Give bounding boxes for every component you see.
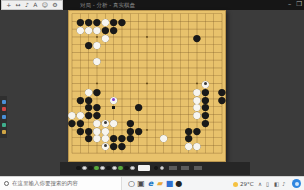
toolbar-icon-3[interactable]: A	[33, 2, 37, 8]
edge-icon[interactable]: e	[146, 179, 155, 188]
weather-widget[interactable]: 29°C	[233, 181, 254, 187]
app-blue-icon[interactable]: ■	[165, 179, 174, 188]
tray-icon-0[interactable]: ∧	[258, 181, 262, 188]
mini-stone-w[interactable]	[100, 166, 105, 171]
rail-icon-red[interactable]	[2, 107, 6, 111]
mini-stone-w[interactable]	[160, 166, 165, 171]
marker-square-black	[112, 106, 115, 109]
mini-stone-b[interactable]	[106, 166, 111, 171]
toolbar-icon-2[interactable]: ♪	[25, 2, 29, 8]
app-dark-icon[interactable]: ●	[175, 179, 184, 188]
black-stone[interactable]: ●	[92, 88, 101, 96]
temperature-label: 29°C	[240, 181, 254, 187]
move-strip	[60, 162, 250, 175]
sun-icon	[233, 182, 238, 187]
mini-stone-b[interactable]	[88, 166, 93, 171]
marker-move-number	[104, 121, 107, 124]
taskbar: 在这里输入你要搜索的内容 29°C ○▣e▰■●∧▯◧♪	[0, 176, 304, 190]
black-stone[interactable]: ●	[134, 127, 143, 135]
strip-label-block	[169, 166, 177, 170]
rail-icon-blue2[interactable]	[2, 115, 6, 119]
taskbar-search[interactable]: 在这里输入你要搜索的内容	[0, 177, 122, 190]
title-bar: +↔♪A☺⚙ 对局 - 分析 - 真实棋盘 –❐	[0, 0, 304, 10]
search-icon	[4, 181, 9, 186]
app-window: +↔♪A☺⚙ 对局 - 分析 - 真实棋盘 –❐ ●●●●●●●●●●●●●●●…	[0, 0, 304, 190]
folder-icon[interactable]: ▰	[156, 179, 165, 188]
rail-icon-blue[interactable]	[2, 100, 6, 104]
white-stone[interactable]: ●	[101, 34, 110, 42]
notification-badge-icon[interactable]	[292, 179, 301, 188]
mini-stone-b[interactable]	[76, 166, 81, 171]
strip-label-block	[194, 166, 202, 170]
white-stone[interactable]: ●	[192, 142, 201, 150]
marker-last-move-purple	[112, 98, 115, 101]
cortana-icon[interactable]: ○	[127, 179, 136, 188]
mini-stone-b[interactable]	[124, 166, 129, 171]
side-rail[interactable]	[0, 96, 7, 138]
move-strip-stones[interactable]	[76, 165, 202, 171]
tray-icon-2[interactable]: ◧	[274, 181, 279, 188]
white-stone[interactable]: ●	[92, 57, 101, 65]
go-board[interactable]: ●●●●●●●●●●●●●●●●●●●●●●●●●●●●●●●●●●●●●●●●…	[68, 10, 226, 162]
toolbar-icon-5[interactable]: ⚙	[52, 2, 57, 8]
mini-stone-b[interactable]	[154, 166, 159, 171]
black-stone[interactable]: ●	[192, 34, 201, 42]
toolbar-icon-4[interactable]: ☺	[42, 2, 48, 8]
toolbar-icon-1[interactable]: ↔	[16, 2, 21, 8]
black-stone[interactable]: ●	[126, 134, 135, 142]
mini-stone-g[interactable]	[118, 166, 123, 171]
window-controls: –❐	[288, 0, 302, 9]
black-stone[interactable]: ●	[117, 142, 126, 150]
white-stone[interactable]: ●	[159, 134, 168, 142]
rail-icon-teal[interactable]	[2, 123, 6, 127]
black-stone[interactable]: ●	[217, 96, 226, 104]
window-title: 对局 - 分析 - 真实棋盘	[80, 2, 135, 8]
tray-icon-1[interactable]: ▯	[266, 181, 269, 188]
minimize-icon[interactable]: –	[288, 0, 291, 9]
white-stone[interactable]: ●	[92, 41, 101, 49]
mini-stone-g[interactable]	[94, 166, 99, 171]
strip-label-block	[181, 166, 189, 170]
floating-mini-toolbar: +↔♪A☺⚙	[1, 0, 63, 10]
mini-stone-w[interactable]	[112, 166, 117, 171]
strip-button[interactable]	[138, 165, 150, 171]
mini-stone-w[interactable]	[82, 166, 87, 171]
search-placeholder: 在这里输入你要搜索的内容	[12, 180, 78, 187]
task-view-icon[interactable]: ▣	[137, 179, 146, 188]
black-stone[interactable]: ●	[109, 26, 118, 34]
tray-icon-3[interactable]: ♪	[282, 181, 286, 188]
black-stone[interactable]: ●	[192, 127, 201, 135]
white-stone[interactable]: ●	[109, 119, 118, 127]
mini-stone-w[interactable]	[130, 166, 135, 171]
black-stone[interactable]: ●	[134, 103, 143, 111]
black-stone[interactable]: ●	[201, 119, 210, 127]
rail-icon-gold[interactable]	[2, 130, 6, 134]
black-stone[interactable]: ●	[117, 18, 126, 26]
toolbar-icon-0[interactable]: +	[6, 2, 11, 8]
restore-icon[interactable]: ❐	[296, 0, 302, 9]
